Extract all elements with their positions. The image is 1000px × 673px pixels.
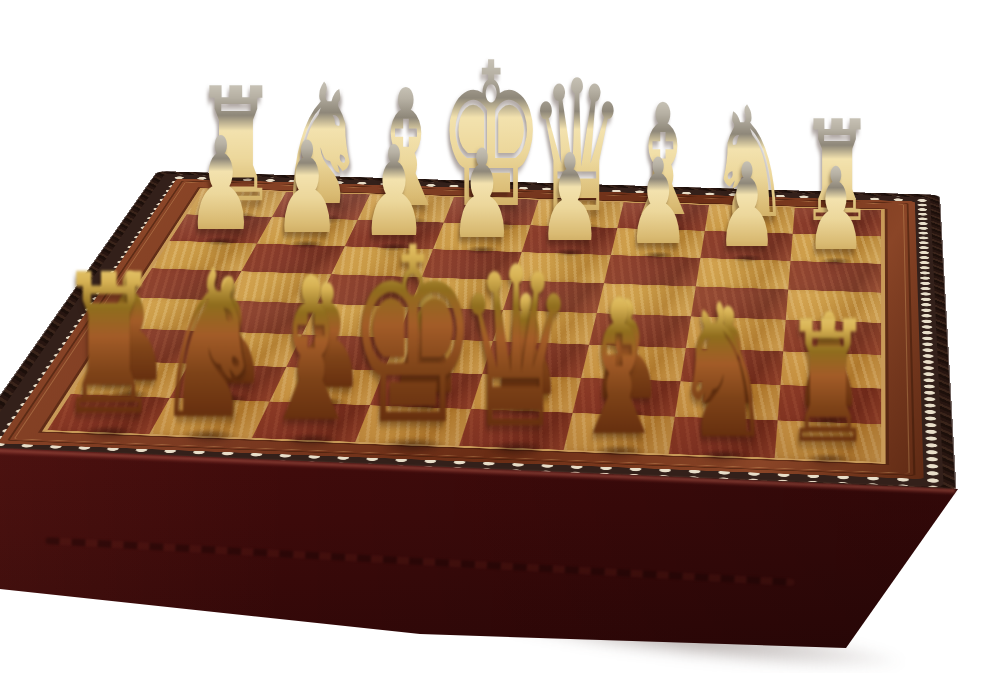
square-d8 <box>459 409 572 450</box>
square-b3 <box>696 258 791 290</box>
square-a6 <box>781 351 882 388</box>
square-b5 <box>686 316 786 351</box>
square-f4 <box>317 274 422 307</box>
square-g6 <box>189 331 302 367</box>
square-a4 <box>786 290 881 323</box>
square-f2 <box>345 220 444 249</box>
square-h2 <box>170 214 272 243</box>
square-g4 <box>225 271 331 303</box>
square-d3 <box>513 252 611 283</box>
square-e8 <box>355 405 471 446</box>
square-b2 <box>700 231 792 261</box>
square-e2 <box>433 223 530 253</box>
square-b7 <box>675 381 781 420</box>
square-e3 <box>422 249 522 280</box>
square-a3 <box>788 261 881 293</box>
square-e4 <box>410 277 513 310</box>
square-c5 <box>589 313 691 348</box>
square-f7 <box>270 367 384 405</box>
square-a8 <box>775 420 881 462</box>
square-c4 <box>597 283 696 316</box>
square-c8 <box>564 413 675 454</box>
square-g1 <box>272 192 370 220</box>
square-a5 <box>783 320 881 355</box>
square-e6 <box>384 338 493 374</box>
square-d5 <box>493 310 597 345</box>
square-h3 <box>152 241 257 272</box>
square-a1 <box>793 208 881 237</box>
square-g7 <box>170 364 286 402</box>
square-g2 <box>257 217 358 246</box>
square-c3 <box>604 255 700 286</box>
square-c6 <box>581 345 686 382</box>
square-g3 <box>241 244 344 275</box>
square-g5 <box>207 300 317 334</box>
square-g8 <box>149 398 269 438</box>
square-b6 <box>681 348 784 385</box>
square-e5 <box>397 307 503 341</box>
square-f8 <box>252 402 370 442</box>
square-c1 <box>617 202 709 230</box>
square-h1 <box>187 189 287 217</box>
square-f1 <box>358 195 454 223</box>
square-a7 <box>778 385 881 424</box>
square-c2 <box>611 228 705 258</box>
square-b8 <box>669 417 778 458</box>
square-f3 <box>331 246 433 277</box>
square-b4 <box>691 286 788 319</box>
square-d2 <box>522 225 618 255</box>
square-c7 <box>573 378 681 417</box>
square-h6 <box>93 328 208 364</box>
square-e7 <box>370 371 482 409</box>
square-a2 <box>791 234 882 264</box>
board-box-top <box>0 171 955 492</box>
square-b1 <box>705 205 795 234</box>
square-d1 <box>530 200 623 228</box>
square-e1 <box>444 197 539 225</box>
square-h4 <box>133 268 241 300</box>
square-d6 <box>482 341 589 378</box>
square-f5 <box>302 304 410 338</box>
square-d7 <box>471 374 581 413</box>
square-h5 <box>113 297 224 331</box>
square-d4 <box>503 280 604 313</box>
square-h7 <box>71 360 190 398</box>
square-f6 <box>286 335 397 371</box>
photo-stage: ♜♞♝♚♛♝♞♜♟♟♟♟♟♟♟♟♟♟♟♟♟♟♟♟♜♞♝♚♛♝♞♜ <box>0 0 1000 673</box>
